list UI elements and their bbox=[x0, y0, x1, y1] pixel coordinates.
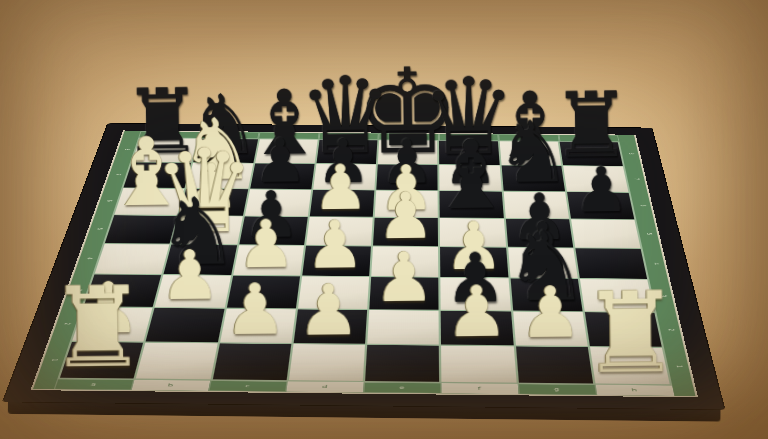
square-f1[interactable] bbox=[441, 346, 516, 383]
square-h1[interactable]: ♜ bbox=[590, 347, 670, 384]
square-a1[interactable]: ♜ bbox=[60, 342, 143, 379]
white-pawn-d2[interactable]: ♟ bbox=[297, 278, 361, 343]
square-e3[interactable]: ♟ bbox=[369, 277, 438, 309]
square-c1[interactable] bbox=[212, 343, 291, 380]
white-rook-h1[interactable]: ♜ bbox=[581, 281, 682, 385]
file-label-h: h bbox=[595, 385, 675, 396]
file-label-f: f bbox=[441, 383, 519, 394]
square-e1[interactable] bbox=[365, 345, 439, 382]
file-label-b: b bbox=[131, 380, 210, 391]
board-border: abcdefgh 87654321 ♜♞♝♛♚♛♝♜♞♟♟♟♟♞♝♟♟♟♝♟♛♟… bbox=[31, 130, 698, 397]
white-pawn-f2[interactable]: ♟ bbox=[445, 280, 509, 345]
square-f2[interactable]: ♟ bbox=[441, 311, 513, 346]
border-corner bbox=[672, 385, 695, 396]
file-label-c: c bbox=[208, 381, 287, 392]
white-pawn-e3[interactable]: ♟ bbox=[373, 246, 435, 309]
file-label-d: d bbox=[286, 381, 364, 392]
square-g2[interactable]: ♟ bbox=[513, 311, 588, 346]
white-pawn-g2[interactable]: ♟ bbox=[519, 280, 583, 345]
file-label-a: a bbox=[54, 379, 134, 390]
white-pawn-c2[interactable]: ♟ bbox=[224, 277, 288, 342]
square-e2[interactable] bbox=[367, 310, 439, 345]
square-b1[interactable] bbox=[136, 343, 217, 380]
square-d1[interactable] bbox=[289, 344, 365, 381]
square-b3[interactable]: ♟ bbox=[155, 275, 230, 307]
white-rook-a1[interactable]: ♜ bbox=[47, 276, 147, 379]
white-pawn-d4[interactable]: ♟ bbox=[306, 215, 366, 276]
black-bishop-f6[interactable]: ♝ bbox=[428, 131, 514, 219]
file-label-e: e bbox=[363, 382, 441, 393]
square-d2[interactable]: ♟ bbox=[293, 309, 367, 344]
board-squares: ♜♞♝♛♚♛♝♜♞♟♟♟♟♞♝♟♟♟♝♟♛♟♟♟♞♟♟♟♟♟♟♟♞♟♟♟♟♟♜♜ bbox=[57, 138, 672, 386]
white-pawn-c4[interactable]: ♟ bbox=[237, 214, 297, 275]
white-pawn-b3[interactable]: ♟ bbox=[159, 244, 220, 307]
file-label-g: g bbox=[518, 384, 597, 395]
square-c2[interactable]: ♟ bbox=[220, 308, 296, 342]
chess-scene: abcdefgh 87654321 ♜♞♝♛♚♛♝♜♞♟♟♟♟♞♝♟♟♟♝♟♛♟… bbox=[0, 0, 768, 439]
chess-board: abcdefgh 87654321 ♜♞♝♛♚♛♝♜♞♟♟♟♟♞♝♟♟♟♝♟♛♟… bbox=[3, 124, 724, 410]
square-b2[interactable] bbox=[146, 308, 224, 342]
